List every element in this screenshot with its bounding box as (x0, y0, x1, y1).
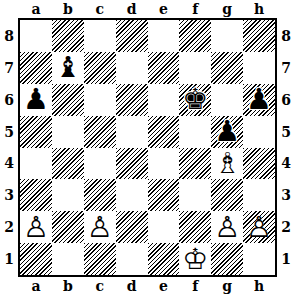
square-a5[interactable] (20, 116, 52, 148)
square-e7[interactable] (148, 52, 180, 84)
square-h5[interactable] (243, 116, 275, 148)
file-label: c (84, 0, 116, 18)
rank-label: 8 (0, 20, 18, 52)
square-f8[interactable] (179, 20, 211, 52)
chess-board: ♝♟♚♟♟♝♗♟♙♟♙♟♙♟♙♚♔ (18, 18, 277, 277)
square-e3[interactable] (148, 179, 180, 211)
square-h4[interactable] (243, 148, 275, 180)
square-a4[interactable] (20, 148, 52, 180)
square-b1[interactable] (52, 243, 84, 275)
square-f2[interactable] (179, 211, 211, 243)
square-c8[interactable] (84, 20, 116, 52)
white-pawn[interactable]: ♟♙ (243, 211, 275, 243)
square-c4[interactable] (84, 148, 116, 180)
white-king-icon: ♔ (182, 245, 208, 274)
square-a7[interactable] (20, 52, 52, 84)
square-d2[interactable] (116, 211, 148, 243)
file-labels-top: abcdefgh (20, 0, 275, 18)
black-king[interactable]: ♚ (179, 84, 211, 116)
square-a1[interactable] (20, 243, 52, 275)
square-g1[interactable] (211, 243, 243, 275)
rank-label: 6 (0, 84, 18, 116)
rank-label: 2 (277, 211, 295, 243)
square-h3[interactable] (243, 179, 275, 211)
file-label: c (84, 277, 116, 295)
square-d6[interactable] (116, 84, 148, 116)
rank-label: 2 (0, 211, 18, 243)
square-f5[interactable] (179, 116, 211, 148)
file-label: a (20, 0, 52, 18)
black-king-icon: ♚ (182, 85, 208, 114)
square-b4[interactable] (52, 148, 84, 180)
square-f4[interactable] (179, 148, 211, 180)
rank-label: 3 (277, 179, 295, 211)
file-label: g (211, 0, 243, 18)
square-f7[interactable] (179, 52, 211, 84)
square-e4[interactable] (148, 148, 180, 180)
file-label: f (179, 277, 211, 295)
file-label: f (179, 0, 211, 18)
file-label: a (20, 277, 52, 295)
square-b8[interactable] (52, 20, 84, 52)
file-labels-bottom: abcdefgh (20, 277, 275, 295)
square-e8[interactable] (148, 20, 180, 52)
square-d7[interactable] (116, 52, 148, 84)
square-e1[interactable] (148, 243, 180, 275)
rank-label: 5 (277, 116, 295, 148)
black-pawn[interactable]: ♟ (20, 84, 52, 116)
white-pawn[interactable]: ♟♙ (20, 211, 52, 243)
white-bishop-icon: ♗ (214, 149, 240, 178)
square-d4[interactable] (116, 148, 148, 180)
white-king[interactable]: ♚♔ (179, 243, 211, 275)
rank-label: 4 (277, 148, 295, 180)
square-b2[interactable] (52, 211, 84, 243)
black-pawn-icon: ♟ (246, 85, 272, 114)
rank-label: 7 (0, 52, 18, 84)
square-d1[interactable] (116, 243, 148, 275)
square-d3[interactable] (116, 179, 148, 211)
black-bishop[interactable]: ♝ (52, 52, 84, 84)
rank-label: 5 (0, 116, 18, 148)
square-g5[interactable]: ♟ (211, 116, 243, 148)
rank-labels-left: 87654321 (0, 20, 18, 275)
file-label: e (148, 277, 180, 295)
square-a2[interactable]: ♟♙ (20, 211, 52, 243)
square-b6[interactable] (52, 84, 84, 116)
square-b3[interactable] (52, 179, 84, 211)
black-bishop-icon: ♝ (55, 53, 81, 82)
file-label: d (116, 277, 148, 295)
square-a8[interactable] (20, 20, 52, 52)
white-pawn-icon: ♙ (23, 213, 49, 242)
black-pawn-icon: ♟ (214, 117, 240, 146)
rank-labels-right: 87654321 (277, 20, 295, 275)
square-h6[interactable]: ♟ (243, 84, 275, 116)
file-label: e (148, 0, 180, 18)
file-label: h (243, 277, 275, 295)
square-h7[interactable] (243, 52, 275, 84)
file-label: g (211, 277, 243, 295)
file-label: b (52, 277, 84, 295)
file-label: b (52, 0, 84, 18)
rank-label: 8 (277, 20, 295, 52)
white-pawn-icon: ♙ (246, 213, 272, 242)
square-a3[interactable] (20, 179, 52, 211)
white-pawn[interactable]: ♟♙ (84, 211, 116, 243)
rank-label: 4 (0, 148, 18, 180)
square-f6[interactable]: ♚ (179, 84, 211, 116)
square-g3[interactable] (211, 179, 243, 211)
square-g8[interactable] (211, 20, 243, 52)
white-bishop[interactable]: ♝♗ (211, 148, 243, 180)
black-pawn[interactable]: ♟ (243, 84, 275, 116)
square-c5[interactable] (84, 116, 116, 148)
black-pawn[interactable]: ♟ (211, 116, 243, 148)
square-b5[interactable] (52, 116, 84, 148)
file-label: d (116, 0, 148, 18)
black-pawn-icon: ♟ (23, 85, 49, 114)
rank-label: 7 (277, 52, 295, 84)
square-g4[interactable]: ♝♗ (211, 148, 243, 180)
square-a6[interactable]: ♟ (20, 84, 52, 116)
chess-diagram: abcdefgh 87654321 ♝♟♚♟♟♝♗♟♙♟♙♟♙♟♙♚♔ 8765… (0, 0, 295, 295)
square-c2[interactable]: ♟♙ (84, 211, 116, 243)
square-c3[interactable] (84, 179, 116, 211)
square-c1[interactable] (84, 243, 116, 275)
white-pawn[interactable]: ♟♙ (211, 211, 243, 243)
file-label: h (243, 0, 275, 18)
rank-label: 1 (0, 243, 18, 275)
square-g6[interactable] (211, 84, 243, 116)
square-h2[interactable]: ♟♙ (243, 211, 275, 243)
rank-label: 1 (277, 243, 295, 275)
square-g7[interactable] (211, 52, 243, 84)
white-pawn-icon: ♙ (214, 213, 240, 242)
square-d5[interactable] (116, 116, 148, 148)
square-h1[interactable] (243, 243, 275, 275)
square-c6[interactable] (84, 84, 116, 116)
square-c7[interactable] (84, 52, 116, 84)
square-e2[interactable] (148, 211, 180, 243)
square-e6[interactable] (148, 84, 180, 116)
square-g2[interactable]: ♟♙ (211, 211, 243, 243)
white-pawn-icon: ♙ (87, 213, 113, 242)
square-f1[interactable]: ♚♔ (179, 243, 211, 275)
square-h8[interactable] (243, 20, 275, 52)
rank-label: 6 (277, 84, 295, 116)
rank-label: 3 (0, 179, 18, 211)
square-e5[interactable] (148, 116, 180, 148)
square-d8[interactable] (116, 20, 148, 52)
square-b7[interactable]: ♝ (52, 52, 84, 84)
square-f3[interactable] (179, 179, 211, 211)
